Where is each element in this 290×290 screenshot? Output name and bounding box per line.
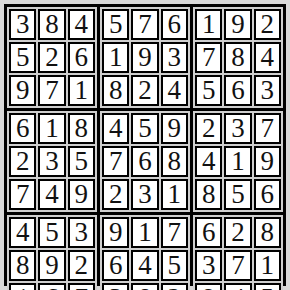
cell-r4c2[interactable]: 1: [38, 113, 65, 144]
cell-r7c1[interactable]: 4: [9, 217, 36, 248]
cell-r9c7[interactable]: 9: [195, 283, 222, 290]
cell-r1c2[interactable]: 8: [38, 9, 65, 40]
cell-r1c4[interactable]: 5: [102, 9, 129, 40]
cell-r5c5[interactable]: 6: [131, 146, 158, 177]
cell-r4c6[interactable]: 9: [161, 113, 188, 144]
cell-r4c3[interactable]: 8: [68, 113, 95, 144]
cell-r7c6[interactable]: 7: [161, 217, 188, 248]
cell-r1c3[interactable]: 4: [68, 9, 95, 40]
cell-r5c7[interactable]: 4: [195, 146, 222, 177]
cell-r3c5[interactable]: 2: [131, 75, 158, 106]
sudoku-box-5: 459768231: [100, 111, 190, 212]
cell-r9c9[interactable]: 5: [254, 283, 281, 290]
cell-r9c8[interactable]: 4: [224, 283, 251, 290]
cell-r8c4[interactable]: 6: [102, 250, 129, 281]
cell-r8c5[interactable]: 4: [131, 250, 158, 281]
cell-r7c5[interactable]: 1: [131, 217, 158, 248]
cell-r5c3[interactable]: 5: [68, 146, 95, 177]
cell-r6c9[interactable]: 6: [254, 179, 281, 210]
sudoku-box-2: 576193824: [100, 7, 190, 108]
cell-r1c7[interactable]: 1: [195, 9, 222, 40]
cell-r6c4[interactable]: 2: [102, 179, 129, 210]
cell-r4c7[interactable]: 2: [195, 113, 222, 144]
cell-r9c2[interactable]: 6: [38, 283, 65, 290]
cell-r5c8[interactable]: 1: [224, 146, 251, 177]
cell-r6c1[interactable]: 7: [9, 179, 36, 210]
cell-r1c9[interactable]: 2: [254, 9, 281, 40]
cell-r2c8[interactable]: 8: [224, 42, 251, 73]
sudoku-box-7: 453892167: [7, 215, 97, 290]
cell-r7c9[interactable]: 8: [254, 217, 281, 248]
cell-r3c6[interactable]: 4: [161, 75, 188, 106]
sudoku-box-3: 192784563: [193, 7, 283, 108]
cell-r8c7[interactable]: 3: [195, 250, 222, 281]
cell-r2c3[interactable]: 6: [68, 42, 95, 73]
cell-r2c6[interactable]: 3: [161, 42, 188, 73]
cell-r3c1[interactable]: 9: [9, 75, 36, 106]
cell-r6c8[interactable]: 5: [224, 179, 251, 210]
cell-r1c5[interactable]: 7: [131, 9, 158, 40]
cell-r2c4[interactable]: 1: [102, 42, 129, 73]
cell-r2c9[interactable]: 4: [254, 42, 281, 73]
cell-r7c3[interactable]: 3: [68, 217, 95, 248]
cell-r8c1[interactable]: 8: [9, 250, 36, 281]
cell-r4c5[interactable]: 5: [131, 113, 158, 144]
cell-r7c8[interactable]: 2: [224, 217, 251, 248]
sudoku-box-4: 618235749: [7, 111, 97, 212]
sudoku-box-8: 917645382: [100, 215, 190, 290]
cell-r3c2[interactable]: 7: [38, 75, 65, 106]
cell-r5c2[interactable]: 3: [38, 146, 65, 177]
sudoku-box-9: 628371945: [193, 215, 283, 290]
cell-r3c7[interactable]: 5: [195, 75, 222, 106]
cell-r9c6[interactable]: 2: [161, 283, 188, 290]
cell-r1c8[interactable]: 9: [224, 9, 251, 40]
cell-r9c3[interactable]: 7: [68, 283, 95, 290]
cell-r5c4[interactable]: 7: [102, 146, 129, 177]
sudoku-box-6: 237419856: [193, 111, 283, 212]
cell-r8c8[interactable]: 7: [224, 250, 251, 281]
cell-r3c8[interactable]: 6: [224, 75, 251, 106]
cell-r4c9[interactable]: 7: [254, 113, 281, 144]
cell-r3c4[interactable]: 8: [102, 75, 129, 106]
cell-r1c6[interactable]: 6: [161, 9, 188, 40]
cell-r9c5[interactable]: 8: [131, 283, 158, 290]
cell-r7c7[interactable]: 6: [195, 217, 222, 248]
cell-r4c8[interactable]: 3: [224, 113, 251, 144]
cell-r4c1[interactable]: 6: [9, 113, 36, 144]
cell-r3c9[interactable]: 3: [254, 75, 281, 106]
sudoku-box-1: 384526971: [7, 7, 97, 108]
cell-r7c2[interactable]: 5: [38, 217, 65, 248]
cell-r1c1[interactable]: 3: [9, 9, 36, 40]
cell-r3c3[interactable]: 1: [68, 75, 95, 106]
cell-r6c5[interactable]: 3: [131, 179, 158, 210]
cell-r5c9[interactable]: 9: [254, 146, 281, 177]
sudoku-board: 3845269715761938241927845636182357494597…: [4, 4, 286, 286]
cell-r2c7[interactable]: 7: [195, 42, 222, 73]
cell-r7c4[interactable]: 9: [102, 217, 129, 248]
cell-r8c3[interactable]: 2: [68, 250, 95, 281]
cell-r2c5[interactable]: 9: [131, 42, 158, 73]
cell-r8c2[interactable]: 9: [38, 250, 65, 281]
cell-r8c9[interactable]: 1: [254, 250, 281, 281]
cell-r4c4[interactable]: 4: [102, 113, 129, 144]
cell-r6c3[interactable]: 9: [68, 179, 95, 210]
sudoku-page: 3845269715761938241927845636182357494597…: [0, 0, 290, 290]
cell-r6c7[interactable]: 8: [195, 179, 222, 210]
cell-r6c6[interactable]: 1: [161, 179, 188, 210]
cell-r9c4[interactable]: 3: [102, 283, 129, 290]
cell-r2c2[interactable]: 2: [38, 42, 65, 73]
cell-r8c6[interactable]: 5: [161, 250, 188, 281]
cell-r2c1[interactable]: 5: [9, 42, 36, 73]
cell-r9c1[interactable]: 1: [9, 283, 36, 290]
cell-r5c6[interactable]: 8: [161, 146, 188, 177]
cell-r5c1[interactable]: 2: [9, 146, 36, 177]
cell-r6c2[interactable]: 4: [38, 179, 65, 210]
